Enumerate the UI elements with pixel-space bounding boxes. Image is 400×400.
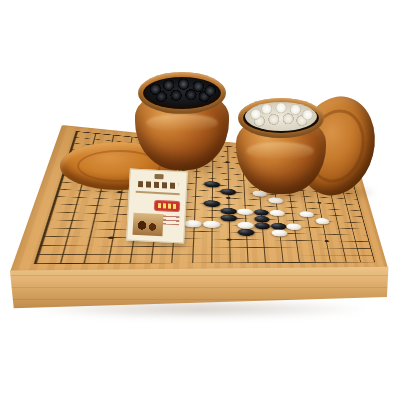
booklet-title-text <box>138 181 178 189</box>
stone-black[interactable] <box>220 188 236 195</box>
stone-white[interactable] <box>315 218 330 225</box>
instruction-booklet <box>126 169 188 244</box>
bowl-gloss-highlight <box>246 142 314 160</box>
stone-white[interactable] <box>237 208 253 215</box>
stone-white[interactable] <box>286 223 302 230</box>
product-photo-stage <box>0 0 400 400</box>
stone-black[interactable] <box>238 229 255 236</box>
stone-white[interactable] <box>203 221 220 228</box>
black-stone-bowl <box>134 72 230 172</box>
stone-black[interactable] <box>254 222 270 229</box>
stone-black[interactable] <box>254 216 270 223</box>
star-point <box>317 202 321 204</box>
booklet-logo <box>154 174 163 179</box>
booklet-photo-thumbnail <box>132 213 163 237</box>
stone-black[interactable] <box>270 223 286 230</box>
stone-black[interactable] <box>220 214 237 221</box>
stone-white[interactable] <box>299 211 314 218</box>
stone-white[interactable] <box>271 230 287 237</box>
star-point <box>324 240 329 242</box>
stone-black[interactable] <box>204 181 220 188</box>
white-stone-bowl <box>235 98 327 198</box>
stone-white[interactable] <box>238 222 255 229</box>
bowl-gloss-highlight <box>146 114 219 132</box>
star-point <box>108 236 115 238</box>
stone-white[interactable] <box>269 210 285 217</box>
booklet-subtitle-line <box>136 191 180 195</box>
stone-black[interactable] <box>203 200 220 207</box>
black-stones-in-bowl <box>145 78 219 106</box>
booklet-seal-text <box>158 203 176 209</box>
white-stones-in-bowl <box>245 102 317 131</box>
stone-white[interactable] <box>184 220 202 228</box>
booklet-red-seal <box>154 200 181 212</box>
star-point <box>227 238 232 240</box>
star-point <box>226 197 231 199</box>
